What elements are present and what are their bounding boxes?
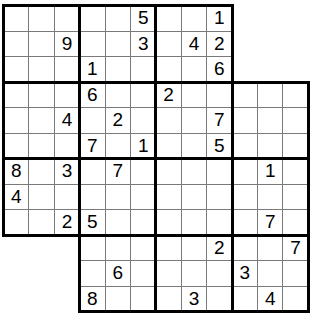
cell-r3c5[interactable]	[105, 57, 130, 83]
cell-r7c5-given[interactable]: 7	[105, 159, 130, 185]
cell-r2c9-given[interactable]: 2	[207, 31, 232, 57]
cell-r10c6[interactable]	[131, 235, 156, 261]
cell-r10c8[interactable]	[181, 235, 206, 261]
cell-r12c12[interactable]	[283, 286, 308, 312]
cell-r6c1[interactable]	[4, 133, 29, 159]
cell-r7c2[interactable]	[29, 159, 54, 185]
cell-line-h2	[2, 56, 234, 57]
cell-line-v1	[28, 4, 29, 237]
cell-r1c9-given[interactable]: 1	[207, 6, 232, 32]
cell-r4c12[interactable]	[283, 82, 308, 108]
cell-r6c11[interactable]	[258, 133, 283, 159]
cell-r12c6[interactable]	[131, 286, 156, 312]
cell-line-v11	[282, 81, 283, 314]
cell-r6c5[interactable]	[105, 133, 130, 159]
cell-r8c1-given[interactable]: 4	[4, 184, 29, 210]
cell-r1c7[interactable]	[156, 6, 181, 32]
cell-r9c2[interactable]	[29, 210, 54, 236]
cell-r9c5[interactable]	[105, 210, 130, 236]
cell-r4c2[interactable]	[29, 82, 54, 108]
cell-r6c10[interactable]	[232, 133, 257, 159]
cell-r4c4-given[interactable]: 6	[80, 82, 105, 108]
cell-r6c4-given[interactable]: 7	[80, 133, 105, 159]
cell-r9c11-given[interactable]: 7	[258, 210, 283, 236]
cell-r4c3[interactable]	[54, 82, 79, 108]
cell-r6c8[interactable]	[181, 133, 206, 159]
cell-r11c5-given[interactable]: 6	[105, 261, 130, 287]
cell-r3c3[interactable]	[54, 57, 79, 83]
cell-r8c3[interactable]	[54, 184, 79, 210]
cell-r4c8[interactable]	[181, 82, 206, 108]
cell-r11c12[interactable]	[283, 261, 308, 287]
box-border-v0	[2, 4, 5, 237]
cell-r7c4[interactable]	[80, 159, 105, 185]
cell-r5c3-given[interactable]: 4	[54, 108, 79, 134]
cell-r7c7[interactable]	[156, 159, 181, 185]
box-border-v12	[307, 81, 310, 314]
cell-r6c3[interactable]	[54, 133, 79, 159]
cell-r8c12[interactable]	[283, 184, 308, 210]
cell-r2c6-given[interactable]: 3	[131, 31, 156, 57]
cell-r1c6-given[interactable]: 5	[131, 6, 156, 32]
cell-r3c4-given[interactable]: 1	[80, 57, 105, 83]
cell-r12c9[interactable]	[207, 286, 232, 312]
box-border-h3	[2, 81, 310, 84]
box-border-h12	[78, 310, 310, 313]
sudoku-board: 5193421662427715837142572763834	[0, 0, 312, 320]
cell-r4c6[interactable]	[131, 82, 156, 108]
cell-r8c11[interactable]	[258, 184, 283, 210]
cell-r9c1[interactable]	[4, 210, 29, 236]
cell-r3c1[interactable]	[4, 57, 29, 83]
cell-r8c10[interactable]	[232, 184, 257, 210]
cell-r12c7[interactable]	[156, 286, 181, 312]
cell-r7c6[interactable]	[131, 159, 156, 185]
cell-r11c6[interactable]	[131, 261, 156, 287]
cell-r2c5[interactable]	[105, 31, 130, 57]
cell-r1c8[interactable]	[181, 6, 206, 32]
cell-line-h11	[78, 286, 310, 287]
cell-r5c9-given[interactable]: 7	[207, 108, 232, 134]
cell-r8c4[interactable]	[80, 184, 105, 210]
cell-r1c5[interactable]	[105, 6, 130, 32]
cell-r9c10[interactable]	[232, 210, 257, 236]
cell-r7c3-given[interactable]: 3	[54, 159, 79, 185]
box-border-h0	[2, 4, 234, 7]
box-border-h6	[2, 157, 310, 160]
cell-r1c3[interactable]	[54, 6, 79, 32]
cell-r9c12[interactable]	[283, 210, 308, 236]
cell-r6c12[interactable]	[283, 133, 308, 159]
cell-r8c5[interactable]	[105, 184, 130, 210]
cell-r12c4-given[interactable]: 8	[80, 286, 105, 312]
cell-r8c8[interactable]	[181, 184, 206, 210]
cell-r5c10[interactable]	[232, 108, 257, 134]
cell-line-v10	[257, 81, 258, 314]
cell-r11c11[interactable]	[258, 261, 283, 287]
cell-r9c4-given[interactable]: 5	[80, 210, 105, 236]
cell-r5c12[interactable]	[283, 108, 308, 134]
cell-r9c6[interactable]	[131, 210, 156, 236]
cell-r8c2[interactable]	[29, 184, 54, 210]
cell-line-h10	[78, 260, 310, 261]
cell-r4c11[interactable]	[258, 82, 283, 108]
cell-r10c4[interactable]	[80, 235, 105, 261]
cell-r9c3-given[interactable]: 2	[54, 210, 79, 236]
cell-r7c8[interactable]	[181, 159, 206, 185]
cell-r11c4[interactable]	[80, 261, 105, 287]
cell-r4c1[interactable]	[4, 82, 29, 108]
cell-r4c7-given[interactable]: 2	[156, 82, 181, 108]
cell-r6c6-given[interactable]: 1	[131, 133, 156, 159]
cell-r12c11-given[interactable]: 4	[258, 286, 283, 312]
cell-line-h1	[2, 31, 234, 32]
cell-r4c5[interactable]	[105, 82, 130, 108]
cell-r6c2[interactable]	[29, 133, 54, 159]
cell-r9c8[interactable]	[181, 210, 206, 236]
cell-r11c10-given[interactable]: 3	[232, 261, 257, 287]
cell-r7c12[interactable]	[283, 159, 308, 185]
cell-r5c2[interactable]	[29, 108, 54, 134]
cell-r1c2[interactable]	[29, 6, 54, 32]
cell-r10c12-given[interactable]: 7	[283, 235, 308, 261]
cell-r12c8-given[interactable]: 3	[181, 286, 206, 312]
cell-r3c7[interactable]	[156, 57, 181, 83]
cell-r3c2[interactable]	[29, 57, 54, 83]
cell-r9c9[interactable]	[207, 210, 232, 236]
cell-r5c7[interactable]	[156, 108, 181, 134]
cell-r3c6[interactable]	[131, 57, 156, 83]
cell-r5c5-given[interactable]: 2	[105, 108, 130, 134]
cell-r5c8[interactable]	[181, 108, 206, 134]
cell-r1c4[interactable]	[80, 6, 105, 32]
cell-r7c1-given[interactable]: 8	[4, 159, 29, 185]
cell-r5c11[interactable]	[258, 108, 283, 134]
cell-r2c1[interactable]	[4, 31, 29, 57]
box-border-h9	[2, 234, 310, 237]
cell-line-v2	[54, 4, 55, 237]
cell-r11c8[interactable]	[181, 261, 206, 287]
cell-r5c1[interactable]	[4, 108, 29, 134]
cell-r2c7[interactable]	[156, 31, 181, 57]
cell-r7c10[interactable]	[232, 159, 257, 185]
cell-r5c4[interactable]	[80, 108, 105, 134]
cell-r10c9-given[interactable]: 2	[207, 235, 232, 261]
cell-r4c10[interactable]	[232, 82, 257, 108]
cell-r1c1[interactable]	[4, 6, 29, 32]
sudoku-page: 5193421662427715837142572763834	[0, 0, 312, 320]
cell-r6c9-given[interactable]: 5	[207, 133, 232, 159]
cell-r11c7[interactable]	[156, 261, 181, 287]
cell-r3c9-given[interactable]: 6	[207, 57, 232, 83]
cell-r2c3-given[interactable]: 9	[54, 31, 79, 57]
cell-r2c4[interactable]	[80, 31, 105, 57]
cell-r8c7[interactable]	[156, 184, 181, 210]
cell-r12c10[interactable]	[232, 286, 257, 312]
cell-r7c9[interactable]	[207, 159, 232, 185]
cell-r10c11[interactable]	[258, 235, 283, 261]
cell-r2c8-given[interactable]: 4	[181, 31, 206, 57]
cell-r10c7[interactable]	[156, 235, 181, 261]
cell-r4c9[interactable]	[207, 82, 232, 108]
cell-r10c5[interactable]	[105, 235, 130, 261]
cell-r3c8[interactable]	[181, 57, 206, 83]
cell-r11c9[interactable]	[207, 261, 232, 287]
cell-r7c11-given[interactable]: 1	[258, 159, 283, 185]
cell-r10c10[interactable]	[232, 235, 257, 261]
cell-r2c2[interactable]	[29, 31, 54, 57]
cell-r5c6[interactable]	[131, 108, 156, 134]
cell-r6c7[interactable]	[156, 133, 181, 159]
cell-r8c9[interactable]	[207, 184, 232, 210]
cell-r9c7[interactable]	[156, 210, 181, 236]
cell-r12c5[interactable]	[105, 286, 130, 312]
cell-r8c6[interactable]	[131, 184, 156, 210]
